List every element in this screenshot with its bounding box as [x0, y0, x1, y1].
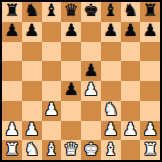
square-a7[interactable]: ♟ — [2, 22, 22, 42]
square-c8[interactable]: ♝ — [42, 2, 62, 22]
square-a1[interactable]: ♜ — [2, 140, 22, 160]
black-knight-icon[interactable]: ♞ — [123, 2, 138, 19]
square-g5[interactable] — [121, 61, 141, 81]
square-e3[interactable] — [81, 101, 101, 121]
square-h5[interactable] — [140, 61, 160, 81]
square-c4[interactable] — [42, 81, 62, 101]
square-e1[interactable]: ♚ — [81, 140, 101, 160]
black-king-icon[interactable]: ♚ — [83, 2, 98, 19]
square-a4[interactable] — [2, 81, 22, 101]
white-bishop-icon[interactable]: ♝ — [44, 141, 59, 158]
chess-board: ♜♞♝♛♚♝♞♜♟♟♟♟♟♟♟♟♟♟♞♟♟♟♟♟♜♞♝♛♚♝♜ — [2, 2, 160, 160]
square-e6[interactable] — [81, 42, 101, 62]
square-g4[interactable] — [121, 81, 141, 101]
square-h2[interactable]: ♟ — [140, 121, 160, 141]
white-pawn-icon[interactable]: ♟ — [44, 101, 59, 118]
white-queen-icon[interactable]: ♛ — [64, 141, 79, 158]
square-d7[interactable]: ♟ — [61, 22, 81, 42]
white-rook-icon[interactable]: ♜ — [4, 141, 19, 158]
black-pawn-icon[interactable]: ♟ — [143, 22, 158, 39]
black-rook-icon[interactable]: ♜ — [4, 2, 19, 19]
black-knight-icon[interactable]: ♞ — [24, 2, 39, 19]
square-g7[interactable]: ♟ — [121, 22, 141, 42]
square-d4[interactable]: ♟ — [61, 81, 81, 101]
black-pawn-icon[interactable]: ♟ — [123, 22, 138, 39]
square-c2[interactable] — [42, 121, 62, 141]
square-f4[interactable] — [101, 81, 121, 101]
square-e7[interactable] — [81, 22, 101, 42]
square-e5[interactable]: ♟ — [81, 61, 101, 81]
square-b7[interactable]: ♟ — [22, 22, 42, 42]
square-e4[interactable]: ♟ — [81, 81, 101, 101]
square-c7[interactable] — [42, 22, 62, 42]
square-f8[interactable]: ♝ — [101, 2, 121, 22]
square-e2[interactable] — [81, 121, 101, 141]
square-b1[interactable]: ♞ — [22, 140, 42, 160]
square-h7[interactable]: ♟ — [140, 22, 160, 42]
square-g3[interactable] — [121, 101, 141, 121]
white-knight-icon[interactable]: ♞ — [24, 141, 39, 158]
black-pawn-icon[interactable]: ♟ — [4, 22, 19, 39]
black-queen-icon[interactable]: ♛ — [64, 2, 79, 19]
white-rook-icon[interactable]: ♜ — [143, 141, 158, 158]
square-g6[interactable] — [121, 42, 141, 62]
square-h8[interactable]: ♜ — [140, 2, 160, 22]
square-a5[interactable] — [2, 61, 22, 81]
white-knight-icon[interactable]: ♞ — [103, 101, 118, 118]
square-b8[interactable]: ♞ — [22, 2, 42, 22]
white-pawn-icon[interactable]: ♟ — [123, 121, 138, 138]
square-d8[interactable]: ♛ — [61, 2, 81, 22]
square-h4[interactable] — [140, 81, 160, 101]
black-bishop-icon[interactable]: ♝ — [103, 2, 118, 19]
square-c3[interactable]: ♟ — [42, 101, 62, 121]
white-bishop-icon[interactable]: ♝ — [103, 141, 118, 158]
black-rook-icon[interactable]: ♜ — [143, 2, 158, 19]
square-f7[interactable]: ♟ — [101, 22, 121, 42]
square-g8[interactable]: ♞ — [121, 2, 141, 22]
square-d3[interactable] — [61, 101, 81, 121]
white-pawn-icon[interactable]: ♟ — [103, 121, 118, 138]
square-d1[interactable]: ♛ — [61, 140, 81, 160]
square-f3[interactable]: ♞ — [101, 101, 121, 121]
square-f2[interactable]: ♟ — [101, 121, 121, 141]
square-b3[interactable] — [22, 101, 42, 121]
square-d2[interactable] — [61, 121, 81, 141]
square-h3[interactable] — [140, 101, 160, 121]
square-a8[interactable]: ♜ — [2, 2, 22, 22]
black-pawn-icon[interactable]: ♟ — [24, 22, 39, 39]
square-a3[interactable] — [2, 101, 22, 121]
black-pawn-icon[interactable]: ♟ — [83, 62, 98, 79]
white-pawn-icon[interactable]: ♟ — [143, 121, 158, 138]
square-f1[interactable]: ♝ — [101, 140, 121, 160]
square-h6[interactable] — [140, 42, 160, 62]
black-pawn-icon[interactable]: ♟ — [64, 22, 79, 39]
square-c5[interactable] — [42, 61, 62, 81]
square-d5[interactable] — [61, 61, 81, 81]
square-f5[interactable] — [101, 61, 121, 81]
black-bishop-icon[interactable]: ♝ — [44, 2, 59, 19]
white-pawn-icon[interactable]: ♟ — [4, 121, 19, 138]
square-b2[interactable]: ♟ — [22, 121, 42, 141]
white-pawn-icon[interactable]: ♟ — [83, 81, 98, 98]
square-a6[interactable] — [2, 42, 22, 62]
square-f6[interactable] — [101, 42, 121, 62]
square-g1[interactable] — [121, 140, 141, 160]
square-b5[interactable] — [22, 61, 42, 81]
square-e8[interactable]: ♚ — [81, 2, 101, 22]
square-g2[interactable]: ♟ — [121, 121, 141, 141]
black-pawn-icon[interactable]: ♟ — [103, 22, 118, 39]
black-pawn-icon[interactable]: ♟ — [64, 81, 79, 98]
white-king-icon[interactable]: ♚ — [83, 141, 98, 158]
white-pawn-icon[interactable]: ♟ — [24, 121, 39, 138]
square-a2[interactable]: ♟ — [2, 121, 22, 141]
chess-board-frame: ♜♞♝♛♚♝♞♜♟♟♟♟♟♟♟♟♟♟♞♟♟♟♟♟♜♞♝♛♚♝♜ — [0, 0, 162, 162]
square-b6[interactable] — [22, 42, 42, 62]
square-c1[interactable]: ♝ — [42, 140, 62, 160]
square-c6[interactable] — [42, 42, 62, 62]
square-b4[interactable] — [22, 81, 42, 101]
square-h1[interactable]: ♜ — [140, 140, 160, 160]
square-d6[interactable] — [61, 42, 81, 62]
